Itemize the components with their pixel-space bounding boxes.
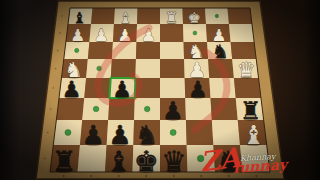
- square-e4[interactable]: [135, 59, 160, 78]
- square-b7[interactable]: [212, 120, 240, 145]
- piece-black-pawn-d6[interactable]: ♟: [162, 96, 184, 125]
- hint-dot-g6: [93, 106, 99, 112]
- piece-black-knight-b8[interactable]: ♞: [216, 145, 241, 178]
- piece-black-queen-d8[interactable]: ♛: [161, 145, 186, 178]
- frame-tick: [200, 175, 202, 177]
- square-a3[interactable]: [231, 42, 257, 59]
- hint-dot-c2: [193, 31, 197, 35]
- frame-tick: [90, 175, 92, 177]
- frame-tick: [52, 87, 54, 89]
- square-a1[interactable]: [228, 8, 252, 24]
- square-g1[interactable]: [91, 8, 115, 24]
- piece-black-bishop-f8[interactable]: ♝: [106, 145, 131, 178]
- piece-black-pawn-c5[interactable]: ♟: [188, 76, 208, 102]
- frame-tick: [59, 32, 61, 34]
- hint-dot-h7: [65, 129, 71, 135]
- hint-dot-d7: [170, 129, 176, 135]
- square-d4[interactable]: [160, 59, 185, 78]
- square-d5[interactable]: [160, 78, 185, 98]
- frame-tick: [61, 15, 63, 17]
- hint-dot-c8: [197, 155, 203, 161]
- square-a2[interactable]: [229, 24, 254, 42]
- piece-white-rook-d1[interactable]: ♜: [165, 9, 178, 27]
- frame-tick: [44, 158, 46, 160]
- piece-black-king-e8[interactable]: ♚: [134, 145, 159, 178]
- piece-black-pawn-g7[interactable]: ♟: [82, 120, 105, 150]
- piece-white-queen-a4[interactable]: ♛: [237, 58, 255, 82]
- frame-tick: [57, 50, 59, 52]
- chess-app-scene: ♚♜♝♝♟♟♟♟♟♞♞♛♟♞♟♟♟♜♟♝♞♟♟♞♛♚♝♜ ZA funnay K…: [0, 0, 320, 180]
- piece-white-pawn-h2[interactable]: ♟: [70, 25, 85, 45]
- piece-white-king-c1[interactable]: ♚: [188, 9, 201, 27]
- piece-black-pawn-h5[interactable]: ♟: [62, 76, 82, 102]
- chess-board-3d[interactable]: ♚♜♝♝♟♟♟♟♟♞♞♛♟♞♟♟♟♜♟♝♞♟♟♞♛♚♝♜: [0, 0, 320, 180]
- frame-tick: [47, 132, 49, 134]
- frame-tick: [50, 108, 52, 110]
- hint-dot-e6: [144, 106, 150, 112]
- piece-black-rook-h8[interactable]: ♜: [51, 145, 76, 178]
- hint-dot-b1: [215, 14, 218, 17]
- frame-tick: [255, 175, 257, 177]
- piece-white-bishop-a7[interactable]: ♝: [242, 120, 265, 150]
- hint-dot-h3: [75, 48, 79, 52]
- piece-white-pawn-g2[interactable]: ♟: [94, 25, 109, 45]
- frame-tick: [55, 68, 57, 70]
- square-e1[interactable]: [137, 8, 160, 24]
- square-d3[interactable]: [160, 42, 184, 59]
